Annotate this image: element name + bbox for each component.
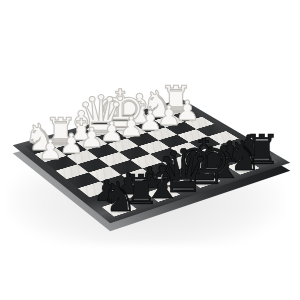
piece-white-pawn[interactable]: ♟ <box>59 129 84 156</box>
piece-black-knight[interactable]: ♞ <box>101 177 138 218</box>
pieces-layer: ♞♜♝♛♚♝♞♜♟♟♟♟♟♟♟♟♟♟♟♟♟♟♟♟♞♜♝♛♚♝♞♜ <box>0 0 300 300</box>
piece-white-pawn[interactable]: ♟ <box>38 135 63 162</box>
product-photo-scene: ♞♜♝♛♚♝♞♜♟♟♟♟♟♟♟♟♟♟♟♟♟♟♟♟♞♜♝♛♚♝♞♜ <box>0 0 300 300</box>
